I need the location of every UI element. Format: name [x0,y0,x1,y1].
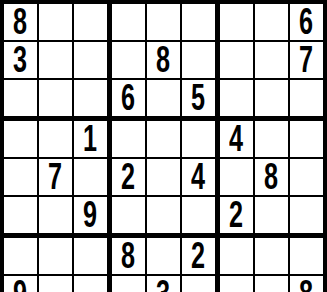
cell-r4c9[interactable] [290,121,323,157]
cell-r4c6[interactable] [182,121,215,157]
box-1-1: 83 [4,4,107,116]
cell-r2c7[interactable] [220,42,253,78]
box-2-3: 482 [220,121,323,233]
given-digit: 4 [191,159,205,195]
cell-r5c8: 8 [255,159,288,195]
given-digit: 6 [121,80,135,116]
cell-r6c9[interactable] [290,197,323,233]
cell-r6c7: 2 [220,197,253,233]
cell-r2c8[interactable] [255,42,288,78]
given-digit: 8 [264,159,278,195]
cell-r4c5[interactable] [147,121,180,157]
cell-r3c4: 6 [112,80,145,116]
cell-r2c4[interactable] [112,42,145,78]
cell-r8c5: 3 [147,276,180,292]
cell-r7c6: 2 [182,238,215,274]
cell-r8c7[interactable] [220,276,253,292]
box-3-2: 823 [112,238,215,292]
cell-r7c2[interactable] [39,238,72,274]
given-digit: 3 [156,276,170,292]
cell-r6c4[interactable] [112,197,145,233]
cell-r7c3[interactable] [74,238,107,274]
given-digit: 2 [121,159,135,195]
given-digit: 3 [13,42,27,78]
cell-r3c2[interactable] [39,80,72,116]
cell-r1c9: 6 [290,4,323,40]
cell-r2c9: 7 [290,42,323,78]
cell-r6c5[interactable] [147,197,180,233]
cell-r6c1[interactable] [4,197,37,233]
cell-r6c8[interactable] [255,197,288,233]
cell-r2c2[interactable] [39,42,72,78]
cell-r4c4[interactable] [112,121,145,157]
given-digit: 8 [156,42,170,78]
cell-r8c4[interactable] [112,276,145,292]
cell-r7c9[interactable] [290,238,323,274]
cell-r1c3[interactable] [74,4,107,40]
cell-r8c3[interactable] [74,276,107,292]
cell-r8c2[interactable] [39,276,72,292]
cell-r5c1[interactable] [4,159,37,195]
cell-r3c9[interactable] [290,80,323,116]
cell-r5c4: 2 [112,159,145,195]
cell-r6c2[interactable] [39,197,72,233]
given-digit: 8 [299,276,313,292]
cell-r7c5[interactable] [147,238,180,274]
cell-r1c7[interactable] [220,4,253,40]
cell-r8c1: 9 [4,276,37,292]
cell-r2c3[interactable] [74,42,107,78]
given-digit: 9 [13,276,27,292]
cell-r2c6[interactable] [182,42,215,78]
cell-r1c2[interactable] [39,4,72,40]
given-digit: 5 [191,80,205,116]
cell-r7c1[interactable] [4,238,37,274]
cell-r3c8[interactable] [255,80,288,116]
box-2-2: 24 [112,121,215,233]
cell-r1c1: 8 [4,4,37,40]
cell-r5c5[interactable] [147,159,180,195]
cell-r1c6[interactable] [182,4,215,40]
given-digit: 7 [48,159,62,195]
cell-r3c1[interactable] [4,80,37,116]
cell-r4c7: 4 [220,121,253,157]
cell-r1c5[interactable] [147,4,180,40]
cell-r4c1[interactable] [4,121,37,157]
given-digit: 7 [299,42,313,78]
cell-r8c9: 8 [290,276,323,292]
cell-r2c1: 3 [4,42,37,78]
cell-r3c5[interactable] [147,80,180,116]
given-digit: 1 [83,121,97,157]
cell-r3c3[interactable] [74,80,107,116]
cell-r7c4: 8 [112,238,145,274]
given-digit: 6 [299,4,313,40]
cell-r3c7[interactable] [220,80,253,116]
box-3-3: 85 [220,238,323,292]
given-digit: 2 [229,197,243,233]
cell-r1c8[interactable] [255,4,288,40]
cell-r7c8[interactable] [255,238,288,274]
given-digit: 4 [229,121,243,157]
cell-r4c2[interactable] [39,121,72,157]
cell-r5c7[interactable] [220,159,253,195]
sudoku-board: 8386567179244829182385 [0,0,327,292]
cell-r1c4[interactable] [112,4,145,40]
cell-r4c3: 1 [74,121,107,157]
cell-r5c6: 4 [182,159,215,195]
box-1-3: 67 [220,4,323,116]
cell-r6c6[interactable] [182,197,215,233]
cell-r4c8[interactable] [255,121,288,157]
given-digit: 2 [191,238,205,274]
given-digit: 9 [83,197,97,233]
cell-r7c7[interactable] [220,238,253,274]
cell-r2c5: 8 [147,42,180,78]
box-2-1: 179 [4,121,107,233]
cell-r5c2: 7 [39,159,72,195]
cell-r8c6[interactable] [182,276,215,292]
box-3-1: 91 [4,238,107,292]
given-digit: 8 [121,238,135,274]
cell-r3c6: 5 [182,80,215,116]
box-1-2: 865 [112,4,215,116]
cell-r8c8[interactable] [255,276,288,292]
cell-r5c9[interactable] [290,159,323,195]
cell-r5c3[interactable] [74,159,107,195]
cell-r6c3: 9 [74,197,107,233]
given-digit: 8 [13,4,27,40]
